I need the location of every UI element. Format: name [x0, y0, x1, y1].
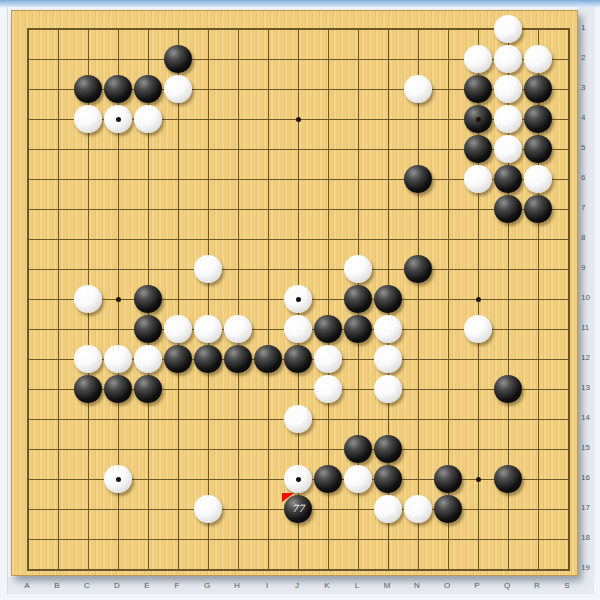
board-cell-O2[interactable] — [433, 44, 463, 74]
board-cell-M11[interactable] — [373, 314, 403, 344]
board-cell-O15[interactable] — [433, 434, 463, 464]
board-cell-O9[interactable] — [433, 254, 463, 284]
board-cell-P2[interactable] — [463, 44, 493, 74]
board-cell-F18[interactable] — [163, 524, 193, 554]
board-cell-R2[interactable] — [523, 44, 553, 74]
board-cell-Q3[interactable] — [493, 74, 523, 104]
board-cell-D12[interactable] — [103, 344, 133, 374]
board-cell-R16[interactable] — [523, 464, 553, 494]
board-cell-O17[interactable] — [433, 494, 463, 524]
board-cell-Q1[interactable] — [493, 14, 523, 44]
board-cell-I1[interactable] — [253, 14, 283, 44]
board-cell-I9[interactable] — [253, 254, 283, 284]
board-cell-H3[interactable] — [223, 74, 253, 104]
board-cell-H5[interactable] — [223, 134, 253, 164]
board-cell-G16[interactable] — [193, 464, 223, 494]
board-cell-F14[interactable] — [163, 404, 193, 434]
board-cell-B14[interactable] — [43, 404, 73, 434]
board-cell-K1[interactable] — [313, 14, 343, 44]
board-cell-I3[interactable] — [253, 74, 283, 104]
board-cell-E17[interactable] — [133, 494, 163, 524]
board-cell-G10[interactable] — [193, 284, 223, 314]
board-cell-G17[interactable] — [193, 494, 223, 524]
board-cell-J11[interactable] — [283, 314, 313, 344]
board-cell-N4[interactable] — [403, 104, 433, 134]
board-cell-D2[interactable] — [103, 44, 133, 74]
board-cell-C11[interactable] — [73, 314, 103, 344]
board-cell-A9[interactable] — [13, 254, 43, 284]
board-cell-R8[interactable] — [523, 224, 553, 254]
board-cell-M17[interactable] — [373, 494, 403, 524]
board-cell-L2[interactable] — [343, 44, 373, 74]
board-cell-D15[interactable] — [103, 434, 133, 464]
board-cell-J18[interactable] — [283, 524, 313, 554]
board-cell-L1[interactable] — [343, 14, 373, 44]
board-cell-M6[interactable] — [373, 164, 403, 194]
board-cell-L9[interactable] — [343, 254, 373, 284]
board-cell-S12[interactable] — [553, 344, 583, 374]
board-cell-K5[interactable] — [313, 134, 343, 164]
board-cell-A7[interactable] — [13, 194, 43, 224]
board-cell-J15[interactable] — [283, 434, 313, 464]
board-cell-F15[interactable] — [163, 434, 193, 464]
board-cell-K16[interactable] — [313, 464, 343, 494]
board-cell-L19[interactable] — [343, 554, 373, 584]
board-cell-N8[interactable] — [403, 224, 433, 254]
board-cell-O3[interactable] — [433, 74, 463, 104]
board-cell-D19[interactable] — [103, 554, 133, 584]
board-cell-F7[interactable] — [163, 194, 193, 224]
board-cell-R1[interactable] — [523, 14, 553, 44]
board-cell-H1[interactable] — [223, 14, 253, 44]
board-cell-Q15[interactable] — [493, 434, 523, 464]
board-cell-Q9[interactable] — [493, 254, 523, 284]
board-cell-H2[interactable] — [223, 44, 253, 74]
board-cell-I16[interactable] — [253, 464, 283, 494]
board-cell-F16[interactable] — [163, 464, 193, 494]
board-cell-P14[interactable] — [463, 404, 493, 434]
board-cell-B7[interactable] — [43, 194, 73, 224]
board-cell-H13[interactable] — [223, 374, 253, 404]
board-cell-P6[interactable] — [463, 164, 493, 194]
board-cell-H19[interactable] — [223, 554, 253, 584]
board-cell-Q10[interactable] — [493, 284, 523, 314]
board-cell-P13[interactable] — [463, 374, 493, 404]
board-cell-C19[interactable] — [73, 554, 103, 584]
board-cell-J12[interactable] — [283, 344, 313, 374]
board-cell-Q11[interactable] — [493, 314, 523, 344]
board-cell-N9[interactable] — [403, 254, 433, 284]
board-cell-J7[interactable] — [283, 194, 313, 224]
board-cell-O8[interactable] — [433, 224, 463, 254]
board-cell-N15[interactable] — [403, 434, 433, 464]
board-cell-I17[interactable] — [253, 494, 283, 524]
board-cell-I4[interactable] — [253, 104, 283, 134]
board-cell-P19[interactable] — [463, 554, 493, 584]
board-cell-P17[interactable] — [463, 494, 493, 524]
board-cell-L13[interactable] — [343, 374, 373, 404]
board-cell-G6[interactable] — [193, 164, 223, 194]
board-cell-S18[interactable] — [553, 524, 583, 554]
board-cell-M13[interactable] — [373, 374, 403, 404]
board-cell-R17[interactable] — [523, 494, 553, 524]
board-cell-I12[interactable] — [253, 344, 283, 374]
board-cell-K10[interactable] — [313, 284, 343, 314]
board-cell-J19[interactable] — [283, 554, 313, 584]
board-cell-A5[interactable] — [13, 134, 43, 164]
board-cell-I14[interactable] — [253, 404, 283, 434]
board-cell-B17[interactable] — [43, 494, 73, 524]
board-cell-P15[interactable] — [463, 434, 493, 464]
board-cell-O18[interactable] — [433, 524, 463, 554]
board-cell-D13[interactable] — [103, 374, 133, 404]
board-cell-K11[interactable] — [313, 314, 343, 344]
board-cell-M14[interactable] — [373, 404, 403, 434]
board-cell-H7[interactable] — [223, 194, 253, 224]
board-cell-C7[interactable] — [73, 194, 103, 224]
board-cell-K2[interactable] — [313, 44, 343, 74]
board-cell-E3[interactable] — [133, 74, 163, 104]
board-cell-S8[interactable] — [553, 224, 583, 254]
board-cell-S3[interactable] — [553, 74, 583, 104]
board-cell-R9[interactable] — [523, 254, 553, 284]
board-cell-C18[interactable] — [73, 524, 103, 554]
board-cell-F11[interactable] — [163, 314, 193, 344]
board-cell-J8[interactable] — [283, 224, 313, 254]
board-cell-L16[interactable] — [343, 464, 373, 494]
board-cell-G19[interactable] — [193, 554, 223, 584]
board-cell-S13[interactable] — [553, 374, 583, 404]
board-cell-Q17[interactable] — [493, 494, 523, 524]
board-cell-N18[interactable] — [403, 524, 433, 554]
board-cell-N12[interactable] — [403, 344, 433, 374]
board-cell-C9[interactable] — [73, 254, 103, 284]
board-cell-I2[interactable] — [253, 44, 283, 74]
board-cell-C10[interactable] — [73, 284, 103, 314]
board-cell-B13[interactable] — [43, 374, 73, 404]
board-cell-Q12[interactable] — [493, 344, 523, 374]
board-cell-G11[interactable] — [193, 314, 223, 344]
board-cell-E10[interactable] — [133, 284, 163, 314]
board-cell-S14[interactable] — [553, 404, 583, 434]
board-cell-I19[interactable] — [253, 554, 283, 584]
board-cell-H4[interactable] — [223, 104, 253, 134]
board-cell-C14[interactable] — [73, 404, 103, 434]
board-cell-I7[interactable] — [253, 194, 283, 224]
board-cell-P9[interactable] — [463, 254, 493, 284]
board-cell-O13[interactable] — [433, 374, 463, 404]
board-cell-G8[interactable] — [193, 224, 223, 254]
board-cell-K12[interactable] — [313, 344, 343, 374]
board-cell-Q4[interactable] — [493, 104, 523, 134]
board-cell-S15[interactable] — [553, 434, 583, 464]
board-cell-Q13[interactable] — [493, 374, 523, 404]
board-cell-E18[interactable] — [133, 524, 163, 554]
board-cell-S7[interactable] — [553, 194, 583, 224]
board-cell-A8[interactable] — [13, 224, 43, 254]
board-cell-L5[interactable] — [343, 134, 373, 164]
board-cell-F8[interactable] — [163, 224, 193, 254]
board-cell-S6[interactable] — [553, 164, 583, 194]
board-cell-C17[interactable] — [73, 494, 103, 524]
board-cell-B2[interactable] — [43, 44, 73, 74]
board-cell-E2[interactable] — [133, 44, 163, 74]
board-cell-G12[interactable] — [193, 344, 223, 374]
board-cell-C15[interactable] — [73, 434, 103, 464]
board-cell-B8[interactable] — [43, 224, 73, 254]
board-cell-D9[interactable] — [103, 254, 133, 284]
board-cell-F10[interactable] — [163, 284, 193, 314]
board-cell-L18[interactable] — [343, 524, 373, 554]
board-cell-L17[interactable] — [343, 494, 373, 524]
board-cell-C4[interactable] — [73, 104, 103, 134]
board-cell-G7[interactable] — [193, 194, 223, 224]
board-cell-E4[interactable] — [133, 104, 163, 134]
board-cell-N2[interactable] — [403, 44, 433, 74]
board-cell-M19[interactable] — [373, 554, 403, 584]
board-cell-F3[interactable] — [163, 74, 193, 104]
board-cell-N10[interactable] — [403, 284, 433, 314]
board-cell-C5[interactable] — [73, 134, 103, 164]
board-cell-R6[interactable] — [523, 164, 553, 194]
board-cell-A12[interactable] — [13, 344, 43, 374]
board-cell-M16[interactable] — [373, 464, 403, 494]
board-cell-Q6[interactable] — [493, 164, 523, 194]
board-cell-M12[interactable] — [373, 344, 403, 374]
board-cell-K9[interactable] — [313, 254, 343, 284]
board-cell-I10[interactable] — [253, 284, 283, 314]
board-cell-P1[interactable] — [463, 14, 493, 44]
board-cell-B12[interactable] — [43, 344, 73, 374]
board-cell-I11[interactable] — [253, 314, 283, 344]
board-cell-H10[interactable] — [223, 284, 253, 314]
board-cell-K18[interactable] — [313, 524, 343, 554]
board-cell-L8[interactable] — [343, 224, 373, 254]
board-cell-D3[interactable] — [103, 74, 133, 104]
board-cell-P18[interactable] — [463, 524, 493, 554]
board-cell-L7[interactable] — [343, 194, 373, 224]
board-cell-K3[interactable] — [313, 74, 343, 104]
board-cell-O7[interactable] — [433, 194, 463, 224]
board-cell-A18[interactable] — [13, 524, 43, 554]
board-cell-B11[interactable] — [43, 314, 73, 344]
board-cell-H12[interactable] — [223, 344, 253, 374]
board-cell-H9[interactable] — [223, 254, 253, 284]
board-cell-Q7[interactable] — [493, 194, 523, 224]
board-cell-F6[interactable] — [163, 164, 193, 194]
board-cell-E8[interactable] — [133, 224, 163, 254]
board-cell-Q16[interactable] — [493, 464, 523, 494]
board-cell-N17[interactable] — [403, 494, 433, 524]
board-cell-G18[interactable] — [193, 524, 223, 554]
board-cell-B5[interactable] — [43, 134, 73, 164]
board-cell-G4[interactable] — [193, 104, 223, 134]
board-cell-S9[interactable] — [553, 254, 583, 284]
board-cell-A13[interactable] — [13, 374, 43, 404]
board-cell-K4[interactable] — [313, 104, 343, 134]
board-cell-D18[interactable] — [103, 524, 133, 554]
board-cell-B6[interactable] — [43, 164, 73, 194]
board-cell-E16[interactable] — [133, 464, 163, 494]
board-cell-S19[interactable] — [553, 554, 583, 584]
board-cell-K13[interactable] — [313, 374, 343, 404]
board-cell-G9[interactable] — [193, 254, 223, 284]
board-cell-N3[interactable] — [403, 74, 433, 104]
board-cell-Q14[interactable] — [493, 404, 523, 434]
board-cell-L6[interactable] — [343, 164, 373, 194]
board-cell-S10[interactable] — [553, 284, 583, 314]
board-cell-S4[interactable] — [553, 104, 583, 134]
board-cell-N14[interactable] — [403, 404, 433, 434]
board-cell-A10[interactable] — [13, 284, 43, 314]
board-cell-P5[interactable] — [463, 134, 493, 164]
board-cell-J5[interactable] — [283, 134, 313, 164]
board-cell-L15[interactable] — [343, 434, 373, 464]
board-cell-K6[interactable] — [313, 164, 343, 194]
board-cell-O14[interactable] — [433, 404, 463, 434]
board-cell-A2[interactable] — [13, 44, 43, 74]
board-cell-I15[interactable] — [253, 434, 283, 464]
board-cell-L4[interactable] — [343, 104, 373, 134]
board-cell-O16[interactable] — [433, 464, 463, 494]
board-cell-P12[interactable] — [463, 344, 493, 374]
board-cell-P7[interactable] — [463, 194, 493, 224]
board-cell-F4[interactable] — [163, 104, 193, 134]
board-cell-E14[interactable] — [133, 404, 163, 434]
board-cell-D6[interactable] — [103, 164, 133, 194]
board-cell-I18[interactable] — [253, 524, 283, 554]
board-cell-O12[interactable] — [433, 344, 463, 374]
board-cell-G15[interactable] — [193, 434, 223, 464]
board-cell-R11[interactable] — [523, 314, 553, 344]
board-cell-E11[interactable] — [133, 314, 163, 344]
board-cell-R18[interactable] — [523, 524, 553, 554]
board-cell-Q5[interactable] — [493, 134, 523, 164]
board-cell-E15[interactable] — [133, 434, 163, 464]
board-cell-I13[interactable] — [253, 374, 283, 404]
board-cell-G14[interactable] — [193, 404, 223, 434]
board-cell-P8[interactable] — [463, 224, 493, 254]
board-cell-N6[interactable] — [403, 164, 433, 194]
board-cell-R12[interactable] — [523, 344, 553, 374]
board-cell-L11[interactable] — [343, 314, 373, 344]
board-cell-S5[interactable] — [553, 134, 583, 164]
board-cell-Q8[interactable] — [493, 224, 523, 254]
board-cell-D8[interactable] — [103, 224, 133, 254]
board-cell-H11[interactable] — [223, 314, 253, 344]
board-cell-A19[interactable] — [13, 554, 43, 584]
board-cell-H15[interactable] — [223, 434, 253, 464]
board-cell-I8[interactable] — [253, 224, 283, 254]
board-cell-I5[interactable] — [253, 134, 283, 164]
board-cell-O4[interactable] — [433, 104, 463, 134]
board-cell-N13[interactable] — [403, 374, 433, 404]
board-cell-K7[interactable] — [313, 194, 343, 224]
board-cell-N1[interactable] — [403, 14, 433, 44]
board-cell-E6[interactable] — [133, 164, 163, 194]
board-cell-O10[interactable] — [433, 284, 463, 314]
board-cell-G2[interactable] — [193, 44, 223, 74]
board-cell-B16[interactable] — [43, 464, 73, 494]
board-cell-P11[interactable] — [463, 314, 493, 344]
board-cell-C2[interactable] — [73, 44, 103, 74]
board-cell-J9[interactable] — [283, 254, 313, 284]
board-cell-M7[interactable] — [373, 194, 403, 224]
board-cell-K14[interactable] — [313, 404, 343, 434]
board-cell-C12[interactable] — [73, 344, 103, 374]
board-cell-A15[interactable] — [13, 434, 43, 464]
board-cell-F1[interactable] — [163, 14, 193, 44]
board-cell-H18[interactable] — [223, 524, 253, 554]
board-cell-R7[interactable] — [523, 194, 553, 224]
board-cell-A6[interactable] — [13, 164, 43, 194]
board-cell-C1[interactable] — [73, 14, 103, 44]
board-cell-G13[interactable] — [193, 374, 223, 404]
board-cell-J3[interactable] — [283, 74, 313, 104]
board-cell-H16[interactable] — [223, 464, 253, 494]
board-cell-R14[interactable] — [523, 404, 553, 434]
board-cell-O5[interactable] — [433, 134, 463, 164]
board-cell-M5[interactable] — [373, 134, 403, 164]
board-cell-D1[interactable] — [103, 14, 133, 44]
board-cell-E5[interactable] — [133, 134, 163, 164]
board-cell-R10[interactable] — [523, 284, 553, 314]
board-cell-E9[interactable] — [133, 254, 163, 284]
board-cell-R4[interactable] — [523, 104, 553, 134]
board-cell-Q2[interactable] — [493, 44, 523, 74]
board-cell-R13[interactable] — [523, 374, 553, 404]
board-cell-I6[interactable] — [253, 164, 283, 194]
board-cell-O1[interactable] — [433, 14, 463, 44]
board-cell-Q19[interactable] — [493, 554, 523, 584]
board-cell-F17[interactable] — [163, 494, 193, 524]
board-cell-S11[interactable] — [553, 314, 583, 344]
board-cell-H6[interactable] — [223, 164, 253, 194]
board-cell-E13[interactable] — [133, 374, 163, 404]
board-cell-S16[interactable] — [553, 464, 583, 494]
board-cell-F13[interactable] — [163, 374, 193, 404]
board-cell-J6[interactable] — [283, 164, 313, 194]
board-cell-D14[interactable] — [103, 404, 133, 434]
board-cell-B10[interactable] — [43, 284, 73, 314]
board-cell-C16[interactable] — [73, 464, 103, 494]
board-cell-E12[interactable] — [133, 344, 163, 374]
board-cell-A14[interactable] — [13, 404, 43, 434]
board-cell-R5[interactable] — [523, 134, 553, 164]
board-cell-B4[interactable] — [43, 104, 73, 134]
board-cell-D5[interactable] — [103, 134, 133, 164]
board-cell-N19[interactable] — [403, 554, 433, 584]
board-cell-P3[interactable] — [463, 74, 493, 104]
board-cell-Q18[interactable] — [493, 524, 523, 554]
board-cell-E1[interactable] — [133, 14, 163, 44]
board-cell-B15[interactable] — [43, 434, 73, 464]
board-cell-M3[interactable] — [373, 74, 403, 104]
board-cell-O11[interactable] — [433, 314, 463, 344]
board-cell-M18[interactable] — [373, 524, 403, 554]
board-cell-L3[interactable] — [343, 74, 373, 104]
board-cell-B3[interactable] — [43, 74, 73, 104]
board-cell-M9[interactable] — [373, 254, 403, 284]
board-cell-B9[interactable] — [43, 254, 73, 284]
board-cell-A16[interactable] — [13, 464, 43, 494]
board-cell-F12[interactable] — [163, 344, 193, 374]
board-cell-M8[interactable] — [373, 224, 403, 254]
board-cell-J2[interactable] — [283, 44, 313, 74]
board-cell-A1[interactable] — [13, 14, 43, 44]
board-cell-D11[interactable] — [103, 314, 133, 344]
board-cell-G3[interactable] — [193, 74, 223, 104]
